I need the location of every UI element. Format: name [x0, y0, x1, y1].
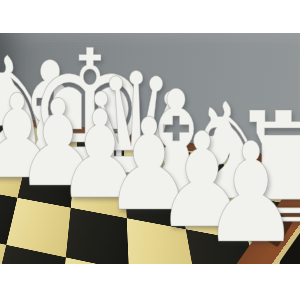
letterbox-top	[0, 0, 300, 33]
letterbox-bottom	[0, 264, 300, 300]
maker-stamp	[265, 214, 293, 247]
chess-set-photo: ♞♝♚♛♝♞♜♟♟♟♟♟♟	[0, 33, 300, 264]
square-e3[interactable]	[66, 208, 129, 264]
